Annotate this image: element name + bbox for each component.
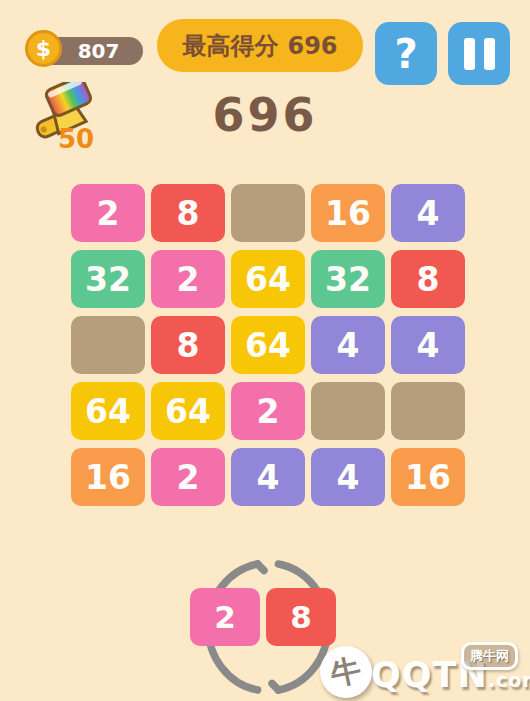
tile-2[interactable]: 2 xyxy=(231,382,305,440)
empty-cell[interactable] xyxy=(231,184,305,242)
current-score: 696 xyxy=(0,88,530,142)
empty-cell[interactable] xyxy=(391,382,465,440)
coin-count: 807 xyxy=(64,39,120,63)
bull-logo-icon: 牛 xyxy=(320,646,372,698)
tile-64[interactable]: 64 xyxy=(71,382,145,440)
empty-cell[interactable] xyxy=(311,382,385,440)
tile-32[interactable]: 32 xyxy=(71,250,145,308)
preview-tile-1[interactable]: 2 xyxy=(190,588,260,646)
tile-2[interactable]: 2 xyxy=(71,184,145,242)
tile-8[interactable]: 8 xyxy=(151,316,225,374)
tile-4[interactable]: 4 xyxy=(391,316,465,374)
tile-4[interactable]: 4 xyxy=(391,184,465,242)
tile-64[interactable]: 64 xyxy=(231,250,305,308)
tile-16[interactable]: 16 xyxy=(311,184,385,242)
tile-4[interactable]: 4 xyxy=(311,316,385,374)
best-score-value: 696 xyxy=(287,32,337,60)
tile-2[interactable]: 2 xyxy=(151,250,225,308)
tile-4[interactable]: 4 xyxy=(311,448,385,506)
coin-icon: $ xyxy=(25,30,62,67)
tile-8[interactable]: 8 xyxy=(151,184,225,242)
tile-16[interactable]: 16 xyxy=(71,448,145,506)
watermark-badge: 腾牛网 xyxy=(461,642,518,670)
tile-4[interactable]: 4 xyxy=(231,448,305,506)
tile-2[interactable]: 2 xyxy=(151,448,225,506)
pause-icon xyxy=(484,38,495,70)
tile-32[interactable]: 32 xyxy=(311,250,385,308)
pause-button[interactable] xyxy=(448,22,510,85)
question-mark-icon: ? xyxy=(394,31,417,77)
empty-cell[interactable] xyxy=(71,316,145,374)
tile-16[interactable]: 16 xyxy=(391,448,465,506)
watermark: 牛 QQTN.com 腾牛网 xyxy=(318,640,530,701)
help-button[interactable]: ? xyxy=(375,22,437,85)
best-score-pill: 最高得分 696 xyxy=(157,19,363,72)
pause-icon xyxy=(464,38,475,70)
best-score-label: 最高得分 xyxy=(182,30,278,62)
tile-8[interactable]: 8 xyxy=(391,250,465,308)
board: 281643226432886444646421624416 xyxy=(71,184,465,506)
tile-64[interactable]: 64 xyxy=(231,316,305,374)
preview-tile-2[interactable]: 8 xyxy=(266,588,336,646)
tile-64[interactable]: 64 xyxy=(151,382,225,440)
